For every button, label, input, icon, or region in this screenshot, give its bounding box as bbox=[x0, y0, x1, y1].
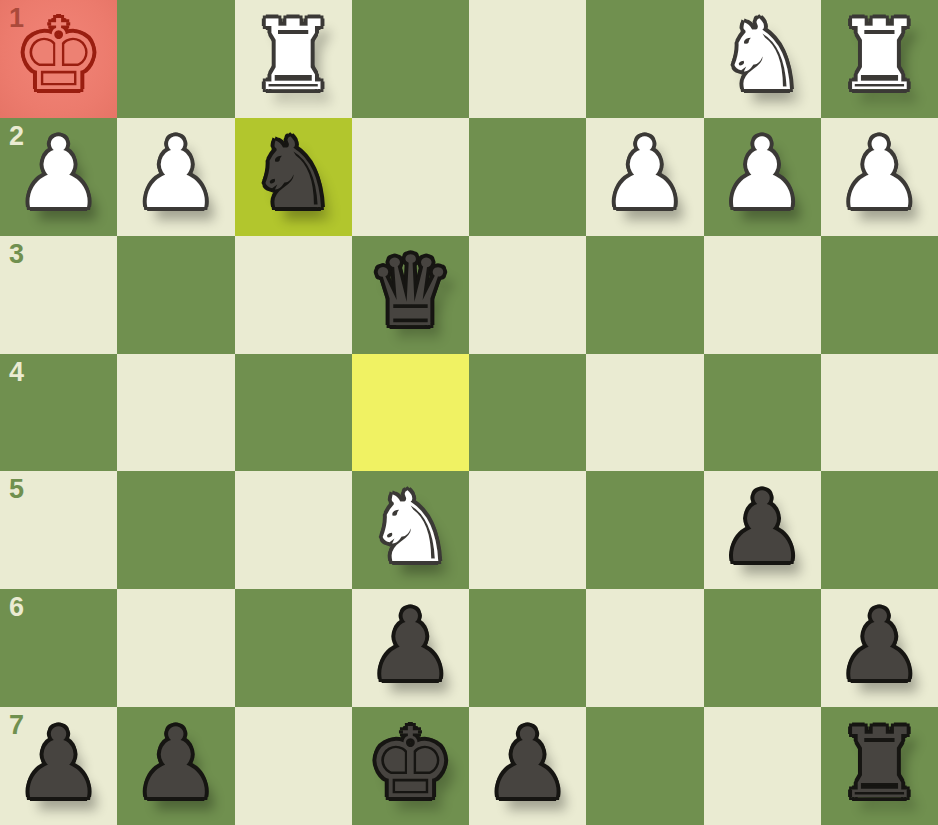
square-a3[interactable] bbox=[821, 236, 938, 354]
square-g1[interactable] bbox=[117, 0, 234, 118]
square-g4[interactable] bbox=[117, 354, 234, 472]
square-e6[interactable]: ♟ bbox=[352, 589, 469, 707]
piece-black-pawn-g7[interactable]: ♟ bbox=[132, 715, 219, 812]
square-c3[interactable] bbox=[586, 236, 703, 354]
square-h5[interactable]: 5 bbox=[0, 471, 117, 589]
square-h6[interactable]: 6 bbox=[0, 589, 117, 707]
piece-black-king-e7[interactable]: ♚ bbox=[367, 715, 454, 812]
piece-white-knight-b1[interactable]: ♞ bbox=[719, 7, 806, 104]
piece-white-rook-f1[interactable]: ♜ bbox=[250, 7, 337, 104]
square-d4[interactable] bbox=[469, 354, 586, 472]
square-g2[interactable]: ♟ bbox=[117, 118, 234, 236]
square-d1[interactable] bbox=[469, 0, 586, 118]
square-a6[interactable]: ♟ bbox=[821, 589, 938, 707]
square-a2[interactable]: ♟ bbox=[821, 118, 938, 236]
square-c4[interactable] bbox=[586, 354, 703, 472]
piece-white-pawn-h2[interactable]: ♟ bbox=[15, 125, 102, 222]
square-e4[interactable] bbox=[352, 354, 469, 472]
square-e7[interactable]: ♚ bbox=[352, 707, 469, 825]
square-g7[interactable]: ♟ bbox=[117, 707, 234, 825]
rank-label-5: 5 bbox=[9, 475, 24, 505]
square-c6[interactable] bbox=[586, 589, 703, 707]
piece-white-rook-a1[interactable]: ♜ bbox=[836, 7, 923, 104]
piece-black-pawn-d7[interactable]: ♟ bbox=[484, 715, 571, 812]
square-e3[interactable]: ♛ bbox=[352, 236, 469, 354]
square-b4[interactable] bbox=[704, 354, 821, 472]
piece-black-queen-e3[interactable]: ♛ bbox=[367, 243, 454, 340]
square-d7[interactable]: ♟ bbox=[469, 707, 586, 825]
rank-label-6: 6 bbox=[9, 593, 24, 623]
square-h7[interactable]: 7♟ bbox=[0, 707, 117, 825]
piece-black-pawn-a6[interactable]: ♟ bbox=[836, 597, 923, 694]
square-e5[interactable]: ♞ bbox=[352, 471, 469, 589]
piece-white-pawn-c2[interactable]: ♟ bbox=[601, 125, 688, 222]
piece-white-king-h1[interactable]: ♚ bbox=[15, 7, 102, 104]
square-h4[interactable]: 4 bbox=[0, 354, 117, 472]
square-f1[interactable]: ♜ bbox=[235, 0, 352, 118]
square-g6[interactable] bbox=[117, 589, 234, 707]
piece-white-pawn-b2[interactable]: ♟ bbox=[719, 125, 806, 222]
square-g5[interactable] bbox=[117, 471, 234, 589]
square-d2[interactable] bbox=[469, 118, 586, 236]
square-d6[interactable] bbox=[469, 589, 586, 707]
square-b6[interactable] bbox=[704, 589, 821, 707]
square-f7[interactable] bbox=[235, 707, 352, 825]
chess-board: 1♚♜♞♜2♟♟♞♟♟♟3♛45♞♟6♟♟7♟♟♚♟♜ bbox=[0, 0, 938, 825]
square-c7[interactable] bbox=[586, 707, 703, 825]
piece-black-pawn-h7[interactable]: ♟ bbox=[15, 715, 102, 812]
square-b3[interactable] bbox=[704, 236, 821, 354]
square-d3[interactable] bbox=[469, 236, 586, 354]
square-b2[interactable]: ♟ bbox=[704, 118, 821, 236]
piece-black-pawn-e6[interactable]: ♟ bbox=[367, 597, 454, 694]
chess-app-viewport: 1♚♜♞♜2♟♟♞♟♟♟3♛45♞♟6♟♟7♟♟♚♟♜ bbox=[0, 0, 938, 825]
piece-white-knight-e5[interactable]: ♞ bbox=[367, 479, 454, 576]
square-f5[interactable] bbox=[235, 471, 352, 589]
square-a1[interactable]: ♜ bbox=[821, 0, 938, 118]
square-g3[interactable] bbox=[117, 236, 234, 354]
square-a7[interactable]: ♜ bbox=[821, 707, 938, 825]
square-a5[interactable] bbox=[821, 471, 938, 589]
piece-black-pawn-b5[interactable]: ♟ bbox=[719, 479, 806, 576]
square-e1[interactable] bbox=[352, 0, 469, 118]
square-h3[interactable]: 3 bbox=[0, 236, 117, 354]
square-b1[interactable]: ♞ bbox=[704, 0, 821, 118]
piece-white-pawn-a2[interactable]: ♟ bbox=[836, 125, 923, 222]
square-b5[interactable]: ♟ bbox=[704, 471, 821, 589]
square-e2[interactable] bbox=[352, 118, 469, 236]
square-f6[interactable] bbox=[235, 589, 352, 707]
square-f3[interactable] bbox=[235, 236, 352, 354]
rank-label-3: 3 bbox=[9, 240, 24, 270]
square-f2[interactable]: ♞ bbox=[235, 118, 352, 236]
square-h1[interactable]: 1♚ bbox=[0, 0, 117, 118]
square-h2[interactable]: 2♟ bbox=[0, 118, 117, 236]
piece-black-knight-f2[interactable]: ♞ bbox=[250, 125, 337, 222]
piece-black-rook-a7[interactable]: ♜ bbox=[836, 715, 923, 812]
square-c5[interactable] bbox=[586, 471, 703, 589]
square-c1[interactable] bbox=[586, 0, 703, 118]
square-c2[interactable]: ♟ bbox=[586, 118, 703, 236]
square-b7[interactable] bbox=[704, 707, 821, 825]
square-a4[interactable] bbox=[821, 354, 938, 472]
rank-label-4: 4 bbox=[9, 358, 24, 388]
square-d5[interactable] bbox=[469, 471, 586, 589]
piece-white-pawn-g2[interactable]: ♟ bbox=[132, 125, 219, 222]
square-f4[interactable] bbox=[235, 354, 352, 472]
